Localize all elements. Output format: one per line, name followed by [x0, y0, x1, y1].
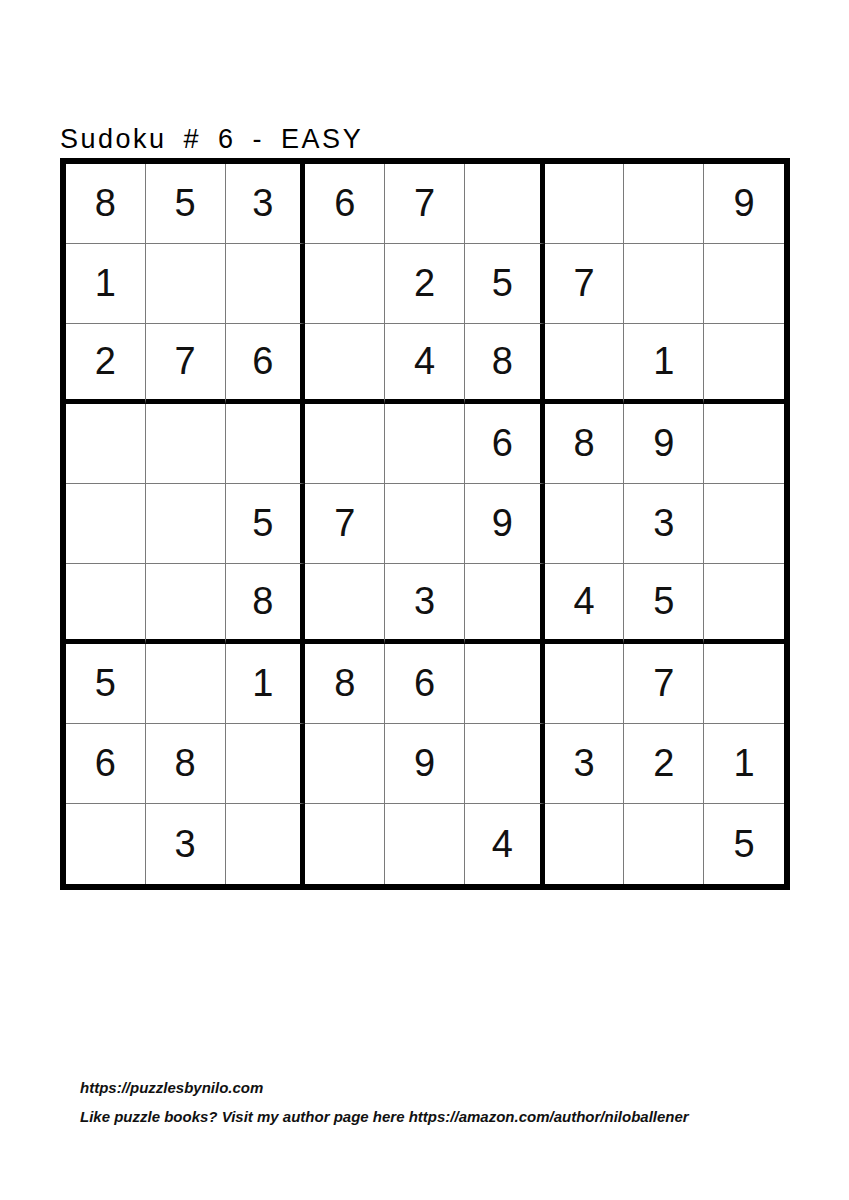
cell-r2c7: 7 — [545, 244, 625, 324]
cell-r3c5: 4 — [385, 324, 465, 404]
cell-r1c8[interactable] — [624, 164, 704, 244]
cell-r6c9[interactable] — [704, 564, 784, 644]
cell-r3c9[interactable] — [704, 324, 784, 404]
cell-r1c2: 5 — [146, 164, 226, 244]
cell-r7c7[interactable] — [545, 644, 625, 724]
cell-r7c8: 7 — [624, 644, 704, 724]
cell-r4c2[interactable] — [146, 404, 226, 484]
cell-r6c1[interactable] — [66, 564, 146, 644]
cell-r3c7[interactable] — [545, 324, 625, 404]
cell-r7c5: 6 — [385, 644, 465, 724]
cell-r8c3[interactable] — [226, 724, 306, 804]
cell-r4c1[interactable] — [66, 404, 146, 484]
cell-r9c9: 5 — [704, 804, 784, 884]
cell-r2c5: 2 — [385, 244, 465, 324]
cell-r3c2: 7 — [146, 324, 226, 404]
cell-r1c6[interactable] — [465, 164, 545, 244]
cell-r4c4[interactable] — [305, 404, 385, 484]
cell-r4c9[interactable] — [704, 404, 784, 484]
cell-r1c9: 9 — [704, 164, 784, 244]
cell-r2c8[interactable] — [624, 244, 704, 324]
cell-r9c7[interactable] — [545, 804, 625, 884]
footer-site-url: https://puzzlesbynilo.com — [80, 1079, 689, 1096]
cell-r2c3[interactable] — [226, 244, 306, 324]
cell-r5c3: 5 — [226, 484, 306, 564]
footer: https://puzzlesbynilo.com Like puzzle bo… — [80, 1079, 689, 1125]
cell-r9c2: 3 — [146, 804, 226, 884]
cell-r6c8: 5 — [624, 564, 704, 644]
cell-r9c4[interactable] — [305, 804, 385, 884]
cell-r8c6[interactable] — [465, 724, 545, 804]
cell-r4c3[interactable] — [226, 404, 306, 484]
cell-r7c4: 8 — [305, 644, 385, 724]
cell-r1c1: 8 — [66, 164, 146, 244]
cell-r7c6[interactable] — [465, 644, 545, 724]
cell-r8c8: 2 — [624, 724, 704, 804]
cell-r1c4: 6 — [305, 164, 385, 244]
cell-r3c8: 1 — [624, 324, 704, 404]
cell-r9c3[interactable] — [226, 804, 306, 884]
cell-r8c4[interactable] — [305, 724, 385, 804]
cell-r7c1: 5 — [66, 644, 146, 724]
cell-r5c2[interactable] — [146, 484, 226, 564]
cell-r8c5: 9 — [385, 724, 465, 804]
cell-r7c9[interactable] — [704, 644, 784, 724]
cell-r3c6: 8 — [465, 324, 545, 404]
cell-r2c2[interactable] — [146, 244, 226, 324]
cell-r7c3: 1 — [226, 644, 306, 724]
cell-r3c3: 6 — [226, 324, 306, 404]
cell-r8c1: 6 — [66, 724, 146, 804]
cell-r5c4: 7 — [305, 484, 385, 564]
cell-r5c6: 9 — [465, 484, 545, 564]
cell-r6c4[interactable] — [305, 564, 385, 644]
cell-r2c6: 5 — [465, 244, 545, 324]
cell-r6c5: 3 — [385, 564, 465, 644]
cell-r4c6: 6 — [465, 404, 545, 484]
cell-r5c5[interactable] — [385, 484, 465, 564]
cell-r8c7: 3 — [545, 724, 625, 804]
puzzle-page: Sudoku # 6 - EASY 8536791257276481689579… — [0, 0, 849, 1200]
cell-r5c8: 3 — [624, 484, 704, 564]
sudoku-board: 8536791257276481689579383455186768932134… — [60, 158, 790, 890]
cell-r9c6: 4 — [465, 804, 545, 884]
cell-r3c4[interactable] — [305, 324, 385, 404]
cell-r6c6[interactable] — [465, 564, 545, 644]
cell-r9c5[interactable] — [385, 804, 465, 884]
cell-r3c1: 2 — [66, 324, 146, 404]
cell-r6c3: 8 — [226, 564, 306, 644]
cell-r4c5[interactable] — [385, 404, 465, 484]
cell-r4c8: 9 — [624, 404, 704, 484]
cell-r1c3: 3 — [226, 164, 306, 244]
footer-author-link: Like puzzle books? Visit my author page … — [80, 1108, 689, 1125]
cell-r5c9[interactable] — [704, 484, 784, 564]
cell-r8c2: 8 — [146, 724, 226, 804]
cell-r1c7[interactable] — [545, 164, 625, 244]
cell-r1c5: 7 — [385, 164, 465, 244]
cell-r2c4[interactable] — [305, 244, 385, 324]
cell-r6c2[interactable] — [146, 564, 226, 644]
cell-r9c1[interactable] — [66, 804, 146, 884]
cell-r4c7: 8 — [545, 404, 625, 484]
cell-r2c1: 1 — [66, 244, 146, 324]
cell-r2c9[interactable] — [704, 244, 784, 324]
cell-r5c1[interactable] — [66, 484, 146, 564]
cell-r8c9: 1 — [704, 724, 784, 804]
cell-r7c2[interactable] — [146, 644, 226, 724]
cell-r9c8[interactable] — [624, 804, 704, 884]
page-title: Sudoku # 6 - EASY — [60, 122, 363, 156]
cell-r6c7: 4 — [545, 564, 625, 644]
cell-r5c7[interactable] — [545, 484, 625, 564]
